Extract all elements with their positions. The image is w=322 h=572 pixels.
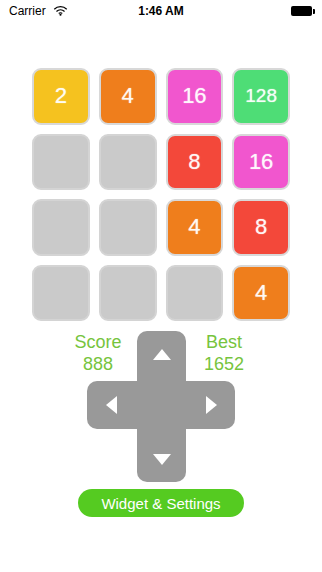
tile-16-r2c4: 16 [232,134,290,191]
empty-cell-r2c2 [99,134,157,191]
tile-128-r1c4: 128 [232,68,290,125]
score-label: Score [52,332,144,352]
arrow-down-icon [153,454,171,465]
empty-cell-r4c1 [32,265,90,322]
empty-cell-r3c2 [99,199,157,256]
dpad-down-button[interactable] [137,438,186,480]
score-value: 888 [52,354,144,374]
widget-settings-button[interactable]: Widget & Settings [78,489,244,517]
board-grid: 2416128816484 [32,68,290,321]
arrow-right-icon [206,396,217,414]
dpad-right-button[interactable] [188,381,234,429]
tile-2-r1c1: 2 [32,68,90,125]
widget-settings-label: Widget & Settings [101,495,220,512]
best-value: 1652 [178,354,270,374]
score-panel: Score 888 [52,332,144,374]
status-bar: Carrier 1:46 AM [0,0,322,20]
status-time: 1:46 AM [0,4,322,18]
app-screen: Carrier 1:46 AM 2416128816484 Score 888 … [0,0,322,572]
arrow-left-icon [106,396,117,414]
empty-cell-r2c1 [32,134,90,191]
best-label: Best [178,332,270,352]
dpad-left-button[interactable] [88,381,134,429]
tile-4-r3c3: 4 [166,199,224,256]
tile-8-r3c4: 8 [232,199,290,256]
battery-icon [291,6,312,16]
tile-4-r4c4: 4 [232,265,290,322]
arrow-up-icon [153,349,171,360]
dpad-up-button[interactable] [137,333,186,375]
tile-4-r1c2: 4 [99,68,157,125]
empty-cell-r3c1 [32,199,90,256]
empty-cell-r4c2 [99,265,157,322]
tile-8-r2c3: 8 [166,134,224,191]
tile-16-r1c3: 16 [166,68,224,125]
best-panel: Best 1652 [178,332,270,374]
empty-cell-r4c3 [166,265,224,322]
